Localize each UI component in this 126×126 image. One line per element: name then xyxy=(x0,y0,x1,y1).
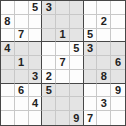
cell-r4c1[interactable]: 4 xyxy=(1,42,15,56)
sudoku-board: 53827154531763286594397 xyxy=(0,0,126,126)
cell-r2c6[interactable] xyxy=(70,15,84,29)
cell-r2c3[interactable] xyxy=(29,15,43,29)
cell-r6c8[interactable]: 8 xyxy=(97,70,111,84)
cell-r3c8[interactable] xyxy=(97,29,111,43)
cell-r5c1[interactable] xyxy=(1,56,15,70)
cell-r9c9[interactable] xyxy=(111,111,125,125)
cell-r5c5[interactable]: 7 xyxy=(56,56,70,70)
cell-r5c4[interactable] xyxy=(42,56,56,70)
cell-r9c3[interactable] xyxy=(29,111,43,125)
cell-r4c5[interactable] xyxy=(56,42,70,56)
cell-r5c6[interactable] xyxy=(70,56,84,70)
cell-r8c6[interactable] xyxy=(70,97,84,111)
cell-r6c4[interactable]: 2 xyxy=(42,70,56,84)
cell-r6c7[interactable] xyxy=(84,70,98,84)
cell-r5c9[interactable]: 6 xyxy=(111,56,125,70)
cell-r9c6[interactable]: 9 xyxy=(70,111,84,125)
cell-r3c9[interactable] xyxy=(111,29,125,43)
cell-r1c7[interactable] xyxy=(84,1,98,15)
cell-r8c9[interactable] xyxy=(111,97,125,111)
cell-r8c7[interactable] xyxy=(84,97,98,111)
cell-r6c6[interactable] xyxy=(70,70,84,84)
cell-r5c8[interactable] xyxy=(97,56,111,70)
cell-r8c8[interactable]: 3 xyxy=(97,97,111,111)
cell-r7c6[interactable] xyxy=(70,84,84,98)
cell-r8c5[interactable] xyxy=(56,97,70,111)
cell-r4c3[interactable] xyxy=(29,42,43,56)
cell-r4c8[interactable] xyxy=(97,42,111,56)
cell-r4c4[interactable] xyxy=(42,42,56,56)
cell-r2c5[interactable] xyxy=(56,15,70,29)
cell-r7c3[interactable] xyxy=(29,84,43,98)
cell-r1c6[interactable] xyxy=(70,1,84,15)
cell-r4c9[interactable] xyxy=(111,42,125,56)
cell-r2c9[interactable] xyxy=(111,15,125,29)
cell-r6c3[interactable]: 3 xyxy=(29,70,43,84)
cell-r3c4[interactable] xyxy=(42,29,56,43)
cell-r3c3[interactable] xyxy=(29,29,43,43)
cell-r7c2[interactable]: 6 xyxy=(15,84,29,98)
cell-r9c2[interactable] xyxy=(15,111,29,125)
cell-r1c8[interactable] xyxy=(97,1,111,15)
cell-r9c8[interactable] xyxy=(97,111,111,125)
cell-r9c7[interactable]: 7 xyxy=(84,111,98,125)
cell-r9c5[interactable] xyxy=(56,111,70,125)
cell-r8c3[interactable]: 4 xyxy=(29,97,43,111)
cell-r5c7[interactable] xyxy=(84,56,98,70)
cell-r6c9[interactable] xyxy=(111,70,125,84)
cell-r7c7[interactable] xyxy=(84,84,98,98)
cell-r9c4[interactable] xyxy=(42,111,56,125)
cell-r6c2[interactable] xyxy=(15,70,29,84)
cell-r8c2[interactable] xyxy=(15,97,29,111)
cell-r3c7[interactable]: 5 xyxy=(84,29,98,43)
cell-r2c4[interactable] xyxy=(42,15,56,29)
cell-r3c6[interactable] xyxy=(70,29,84,43)
cell-r3c1[interactable] xyxy=(1,29,15,43)
cell-r1c3[interactable]: 5 xyxy=(29,1,43,15)
cell-r2c2[interactable] xyxy=(15,15,29,29)
cell-r3c2[interactable]: 7 xyxy=(15,29,29,43)
cell-r9c1[interactable] xyxy=(1,111,15,125)
cell-r7c9[interactable]: 9 xyxy=(111,84,125,98)
cell-r7c5[interactable] xyxy=(56,84,70,98)
cell-r1c4[interactable]: 3 xyxy=(42,1,56,15)
cell-r1c5[interactable] xyxy=(56,1,70,15)
cell-r7c8[interactable] xyxy=(97,84,111,98)
cell-r8c4[interactable] xyxy=(42,97,56,111)
cell-r7c4[interactable]: 5 xyxy=(42,84,56,98)
cell-r2c1[interactable]: 8 xyxy=(1,15,15,29)
cell-r3c5[interactable]: 1 xyxy=(56,29,70,43)
cell-r5c3[interactable] xyxy=(29,56,43,70)
cell-r6c5[interactable] xyxy=(56,70,70,84)
cell-r5c2[interactable]: 1 xyxy=(15,56,29,70)
cell-r1c9[interactable] xyxy=(111,1,125,15)
cell-r2c8[interactable]: 2 xyxy=(97,15,111,29)
cell-r8c1[interactable] xyxy=(1,97,15,111)
cell-r7c1[interactable] xyxy=(1,84,15,98)
cell-r4c6[interactable]: 5 xyxy=(70,42,84,56)
cell-r4c7[interactable]: 3 xyxy=(84,42,98,56)
cell-r1c2[interactable] xyxy=(15,1,29,15)
cell-r1c1[interactable] xyxy=(1,1,15,15)
cell-r4c2[interactable] xyxy=(15,42,29,56)
cell-r2c7[interactable] xyxy=(84,15,98,29)
cell-r6c1[interactable] xyxy=(1,70,15,84)
